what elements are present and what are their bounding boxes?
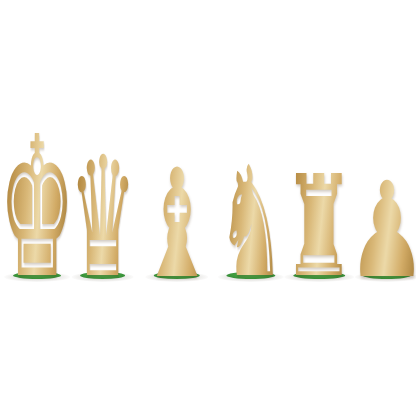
pawn-icon: ♟ xyxy=(347,164,416,296)
chess-pieces-photo: ♚ ♛ ♝ ♞ ♜ ♟ xyxy=(0,0,416,416)
chess-piece-pawn: ♟ xyxy=(328,164,416,276)
